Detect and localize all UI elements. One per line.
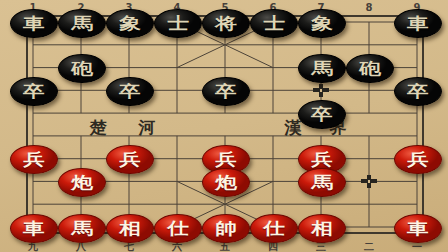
piece-black-elephant[interactable]: 象 xyxy=(298,9,346,38)
piece-glyph: 車 xyxy=(23,12,45,34)
piece-black-soldier[interactable]: 卒 xyxy=(394,77,442,106)
piece-glyph: 卒 xyxy=(119,80,141,102)
piece-red-advisor[interactable]: 仕 xyxy=(154,214,202,243)
piece-glyph: 卒 xyxy=(311,103,333,125)
piece-black-general[interactable]: 将 xyxy=(202,9,250,38)
piece-glyph: 砲 xyxy=(359,57,381,79)
piece-glyph: 炮 xyxy=(215,171,237,193)
piece-glyph: 兵 xyxy=(119,149,141,171)
piece-glyph: 仕 xyxy=(167,217,189,239)
piece-glyph: 士 xyxy=(263,12,285,34)
piece-red-cannon[interactable]: 炮 xyxy=(58,168,106,197)
piece-red-elephant[interactable]: 相 xyxy=(298,214,346,243)
piece-black-soldier[interactable]: 卒 xyxy=(298,100,346,129)
piece-glyph: 卒 xyxy=(23,80,45,102)
bottom-label-9: 一 xyxy=(407,242,427,252)
piece-glyph: 馬 xyxy=(71,217,93,239)
piece-black-soldier[interactable]: 卒 xyxy=(202,77,250,106)
piece-red-chariot[interactable]: 車 xyxy=(10,214,58,243)
piece-black-advisor[interactable]: 士 xyxy=(154,9,202,38)
piece-black-soldier[interactable]: 卒 xyxy=(106,77,154,106)
piece-glyph: 士 xyxy=(167,12,189,34)
piece-glyph: 仕 xyxy=(263,217,285,239)
piece-black-horse[interactable]: 馬 xyxy=(298,54,346,83)
piece-black-advisor[interactable]: 士 xyxy=(250,9,298,38)
bottom-label-4: 六 xyxy=(167,242,187,252)
bottom-label-5: 五 xyxy=(215,242,235,252)
river-char-1: 楚 xyxy=(86,119,110,135)
piece-glyph: 炮 xyxy=(71,171,93,193)
piece-glyph: 砲 xyxy=(71,57,93,79)
bottom-label-3: 七 xyxy=(119,242,139,252)
piece-glyph: 相 xyxy=(119,217,141,239)
piece-red-soldier[interactable]: 兵 xyxy=(10,145,58,174)
piece-glyph: 兵 xyxy=(23,149,45,171)
piece-red-horse[interactable]: 馬 xyxy=(58,214,106,243)
piece-glyph: 兵 xyxy=(407,149,429,171)
piece-glyph: 馬 xyxy=(311,171,333,193)
piece-black-cannon[interactable]: 砲 xyxy=(58,54,106,83)
piece-black-horse[interactable]: 馬 xyxy=(58,9,106,38)
piece-red-chariot[interactable]: 車 xyxy=(394,214,442,243)
piece-red-soldier[interactable]: 兵 xyxy=(106,145,154,174)
piece-red-cannon[interactable]: 炮 xyxy=(202,168,250,197)
xiangqi-board[interactable]: 123456789 九八七六五四三二一 楚河漢界 車馬象士将士象車砲馬砲卒卒卒卒… xyxy=(0,0,448,252)
piece-red-horse[interactable]: 馬 xyxy=(298,168,346,197)
bottom-label-7: 三 xyxy=(311,242,331,252)
piece-black-chariot[interactable]: 車 xyxy=(394,9,442,38)
piece-red-elephant[interactable]: 相 xyxy=(106,214,154,243)
piece-red-advisor[interactable]: 仕 xyxy=(250,214,298,243)
piece-glyph: 車 xyxy=(23,217,45,239)
last-move-origin-marker xyxy=(361,175,377,188)
piece-glyph: 車 xyxy=(407,12,429,34)
piece-black-elephant[interactable]: 象 xyxy=(106,9,154,38)
bottom-label-6: 四 xyxy=(263,242,283,252)
piece-glyph: 将 xyxy=(215,12,237,34)
piece-glyph: 象 xyxy=(311,12,333,34)
piece-glyph: 車 xyxy=(407,217,429,239)
last-move-origin-marker xyxy=(313,84,329,97)
piece-glyph: 象 xyxy=(119,12,141,34)
piece-black-cannon[interactable]: 砲 xyxy=(346,54,394,83)
piece-black-chariot[interactable]: 車 xyxy=(10,9,58,38)
piece-glyph: 帥 xyxy=(215,217,237,239)
piece-red-soldier[interactable]: 兵 xyxy=(394,145,442,174)
river-char-2: 河 xyxy=(135,119,159,135)
piece-glyph: 卒 xyxy=(407,80,429,102)
piece-glyph: 馬 xyxy=(71,12,93,34)
top-label-8: 8 xyxy=(359,3,379,13)
bottom-label-8: 二 xyxy=(359,242,379,252)
piece-glyph: 相 xyxy=(311,217,333,239)
piece-red-general[interactable]: 帥 xyxy=(202,214,250,243)
bottom-label-2: 八 xyxy=(71,242,91,252)
piece-glyph: 卒 xyxy=(215,80,237,102)
piece-glyph: 馬 xyxy=(311,57,333,79)
piece-black-soldier[interactable]: 卒 xyxy=(10,77,58,106)
bottom-label-1: 九 xyxy=(23,242,43,252)
